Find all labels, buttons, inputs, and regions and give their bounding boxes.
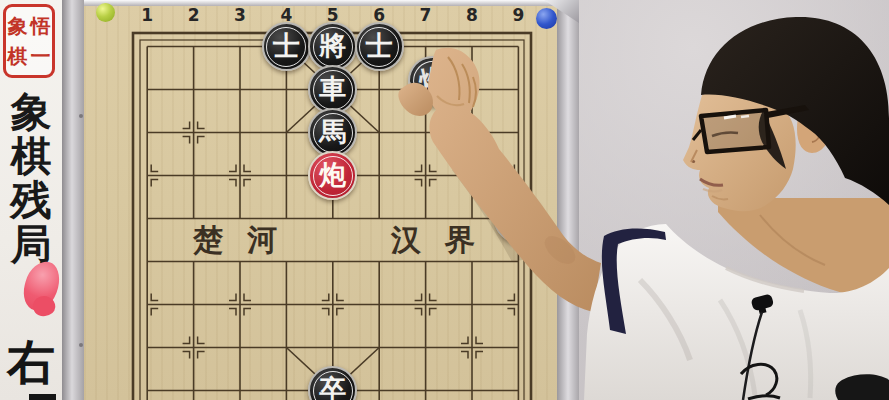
piece-glyph: 卒 <box>319 376 346 400</box>
column-label: 3 <box>217 5 263 25</box>
column-label: 1 <box>124 5 170 25</box>
piece-glyph: 炮 <box>319 161 346 188</box>
piece-black-pawn: 卒 <box>494 194 543 243</box>
column-label: 2 <box>170 5 216 25</box>
banner-partial-text: 右 <box>0 336 62 388</box>
piece-glyph: 卒 <box>505 204 532 231</box>
banner-title-char: 残 <box>0 178 62 222</box>
whiteboard-frame-right <box>557 0 579 400</box>
seal-char: 棋 <box>8 45 28 67</box>
banner-title-char: 棋 <box>0 134 62 178</box>
piece-glyph: 士 <box>366 32 393 59</box>
seal-char: 悟 <box>31 15 51 37</box>
piece-black-horse: 馬 <box>308 108 357 157</box>
whiteboard-frame-left <box>62 0 84 400</box>
column-label: 9 <box>495 5 541 25</box>
seal-left-column: 象棋 <box>8 11 28 71</box>
piece-glyph: 炮 <box>416 64 448 96</box>
channel-seal: 象棋 悟一 <box>3 4 55 78</box>
piece-black-chariot: 車 <box>308 65 357 114</box>
seal-char: 一 <box>31 45 51 67</box>
piece-black-general: 將 <box>308 22 357 71</box>
banner-title: 象棋残局 <box>0 90 62 266</box>
piece-red-cannon: 炮 <box>308 151 357 200</box>
frame-screw <box>79 114 83 118</box>
column-label: 8 <box>449 5 495 25</box>
piece-glyph: 車 <box>319 75 346 102</box>
seal-char: 象 <box>8 15 28 37</box>
magnet-blue <box>536 8 557 29</box>
piece-layer: 士將士車炮馬炮卒卒 <box>124 25 542 400</box>
seal-right-column: 悟一 <box>31 11 51 71</box>
column-label: 7 <box>402 5 448 25</box>
piece-glyph: 士 <box>273 32 300 59</box>
piece-glyph: 馬 <box>319 118 346 145</box>
left-banner: 象棋 悟一 象棋残局 右 <box>0 0 62 400</box>
piece-black-cannon: 炮 <box>403 51 461 109</box>
piece-glyph: 將 <box>319 32 346 59</box>
banner-title-char: 局 <box>0 222 62 266</box>
piece-black-advisor: 士 <box>262 22 311 71</box>
piece-black-advisor: 士 <box>355 22 404 71</box>
piece-black-pawn: 卒 <box>308 366 357 400</box>
banner-next-char-cropped <box>29 394 56 400</box>
banner-title-char: 象 <box>0 90 62 134</box>
magnet-green <box>96 3 115 22</box>
frame-screw <box>79 343 83 347</box>
video-frame: 象棋 悟一 象棋残局 右 楚河 汉界 123456789 士將士車炮馬炮卒卒 <box>0 0 889 400</box>
